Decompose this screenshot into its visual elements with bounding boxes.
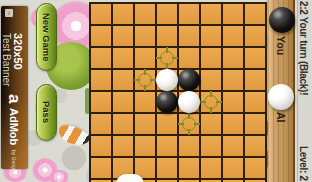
board-cell[interactable] [245,114,265,134]
board-cell[interactable] [113,70,133,90]
you-stone-black [269,7,295,33]
board-cell[interactable] [201,92,221,112]
water-lily [48,170,70,182]
board-cell[interactable] [245,26,265,46]
board-cell[interactable] [201,180,221,182]
ad-size-label: 320x50 [12,33,24,70]
board-cell[interactable] [201,48,221,68]
board-grid [91,4,265,182]
board-cell[interactable] [91,180,111,182]
board-cell[interactable] [91,158,111,178]
board-cell[interactable] [157,48,177,68]
board-cell[interactable] [91,48,111,68]
board-cell[interactable] [135,4,155,24]
board-cell[interactable] [223,158,243,178]
player-panel: You AI [268,0,295,182]
board-cell[interactable] [179,4,199,24]
board-cell[interactable] [245,70,265,90]
board-cell[interactable] [201,4,221,24]
board-cell[interactable] [113,4,133,24]
chevron-up-icon: ∧ [127,181,133,182]
black-stone [178,69,200,91]
board-cell[interactable] [245,4,265,24]
admob-by-google: by Google [11,150,16,173]
board-cell[interactable] [179,48,199,68]
adchoices-icon[interactable]: i [5,9,13,17]
board-cell[interactable] [157,180,177,182]
board-cell[interactable] [91,92,111,112]
pass-button[interactable]: Pass [36,84,57,141]
board-cell[interactable] [91,136,111,156]
board-cell[interactable] [245,48,265,68]
board-cell[interactable] [223,92,243,112]
board-cell[interactable] [223,70,243,90]
board-cell[interactable] [113,114,133,134]
board-cell[interactable] [135,92,155,112]
board-cell[interactable] [179,180,199,182]
board-cell[interactable] [157,92,177,112]
black-stone [156,91,178,113]
new-game-button-label: New Game [41,13,52,62]
legal-move-marker[interactable] [178,113,200,135]
admob-a-icon: a [6,94,23,103]
board [89,2,267,182]
board-cell[interactable] [91,70,111,90]
board-cell[interactable] [245,158,265,178]
board-cell[interactable] [113,48,133,68]
pass-button-label: Pass [41,101,52,123]
legal-move-marker[interactable] [200,91,222,113]
board-cell[interactable] [157,136,177,156]
board-cell[interactable] [223,48,243,68]
board-cell[interactable] [179,114,199,134]
board-cell[interactable] [135,48,155,68]
board-cell[interactable] [135,26,155,46]
ai-stone-white [268,84,294,110]
board-cell[interactable] [223,136,243,156]
new-game-button[interactable]: New Game [36,3,57,71]
board-cell[interactable] [135,70,155,90]
admob-logo: a AdMob by Google [6,94,23,172]
board-cell[interactable] [245,92,265,112]
board-cell[interactable] [157,26,177,46]
board-cell[interactable] [135,136,155,156]
board-cell[interactable] [113,136,133,156]
ad-title: Test Banner [1,33,12,86]
board-cell[interactable] [113,92,133,112]
board-cell[interactable] [201,114,221,134]
expand-handle[interactable]: ∧ [116,174,144,182]
board-cell[interactable] [157,70,177,90]
legal-move-marker[interactable] [134,69,156,91]
ad-banner[interactable]: i 320x50 Test Banner a AdMob by Google [1,6,28,169]
board-cell[interactable] [201,70,221,90]
legal-move-marker[interactable] [156,47,178,69]
white-stone [156,69,178,91]
board-cell[interactable] [179,158,199,178]
board-cell[interactable] [179,136,199,156]
game-screen: i 320x50 Test Banner a AdMob by Google N… [0,0,312,182]
board-cell[interactable] [223,4,243,24]
board-cell[interactable] [201,26,221,46]
board-cell[interactable] [157,114,177,134]
board-cell[interactable] [135,114,155,134]
board-cell[interactable] [201,136,221,156]
board-cell[interactable] [91,4,111,24]
turn-status-text: 2:2 Your turn (Black)! [298,1,309,95]
board-cell[interactable] [245,136,265,156]
board-cell[interactable] [245,180,265,182]
you-label: You [275,36,287,55]
board-cell[interactable] [223,26,243,46]
board-cell[interactable] [157,4,177,24]
board-cell[interactable] [179,26,199,46]
board-cell[interactable] [201,158,221,178]
board-cell[interactable] [113,26,133,46]
board-cell[interactable] [223,180,243,182]
board-cell[interactable] [179,92,199,112]
board-cell[interactable] [91,114,111,134]
board-cell[interactable] [223,114,243,134]
admob-wordmark: AdMob [8,108,19,145]
board-cell[interactable] [179,70,199,90]
board-cell[interactable] [91,26,111,46]
ai-label: AI [275,112,287,123]
level-text: Level: 2 [298,146,309,181]
board-cell[interactable] [157,158,177,178]
white-stone [178,91,200,113]
